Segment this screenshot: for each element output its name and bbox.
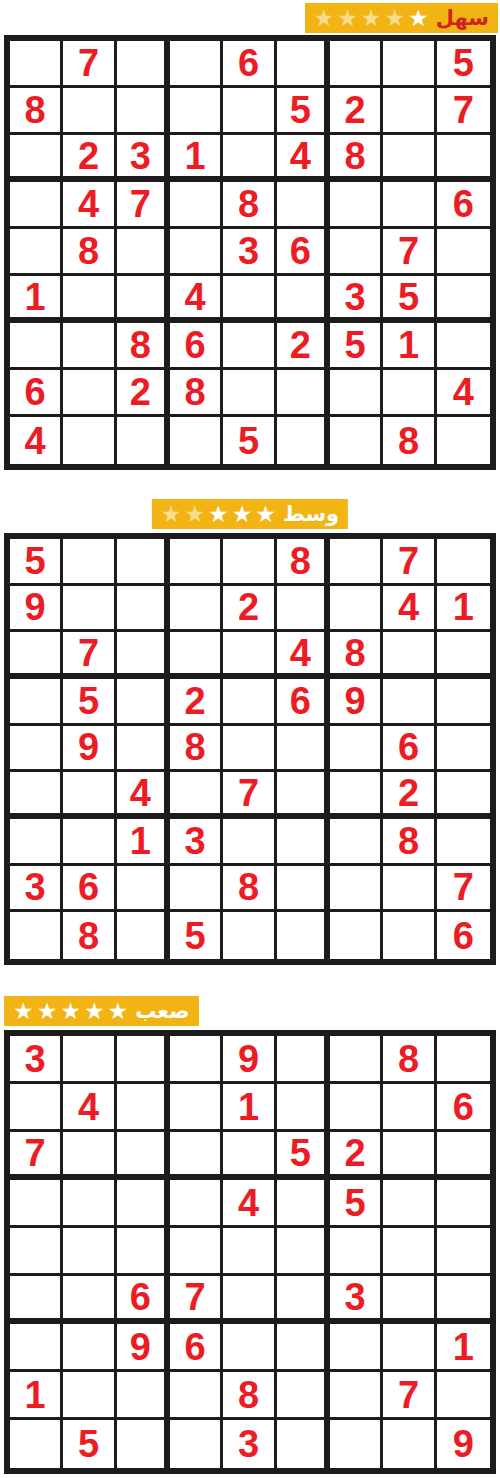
cell-r1c9[interactable] [437, 539, 490, 586]
cell-r5c1[interactable] [10, 1228, 63, 1276]
cell-r5c6[interactable]: 6 [277, 229, 330, 276]
cell-r4c9[interactable] [437, 1180, 490, 1228]
cell-r1c8[interactable] [383, 41, 436, 88]
page: ★★★★★ سهل 765852723148478683671435862516… [0, 0, 500, 1478]
difficulty-label-hard: صعب [135, 1001, 189, 1022]
cell-r1c6[interactable] [277, 1036, 330, 1084]
difficulty-label-medium: وسط [283, 504, 339, 525]
cell-r5c2[interactable]: 8 [63, 229, 116, 276]
cell-r5c2[interactable]: 9 [63, 726, 116, 773]
cell-r7c2[interactable] [63, 323, 116, 370]
cell-r5c5[interactable]: 3 [223, 229, 276, 276]
cell-r9c1[interactable]: 4 [10, 417, 63, 464]
cell-r2c4[interactable] [170, 586, 223, 633]
cell-r9c3[interactable] [117, 1420, 170, 1468]
cell-r4c7[interactable]: 5 [330, 1180, 383, 1228]
cell-r2c5[interactable]: 2 [223, 586, 276, 633]
star-icon: ★ [108, 1000, 129, 1023]
star-rating-easy: ★★★★★ [314, 7, 429, 30]
cell-r6c5[interactable]: 7 [223, 772, 276, 819]
cell-r7c5[interactable] [223, 1324, 276, 1372]
sudoku-grid-easy: 765852723148478683671435862516284458 [4, 35, 496, 470]
cell-r4c5[interactable] [223, 679, 276, 726]
cell-r5c8[interactable]: 6 [383, 726, 436, 773]
cell-r9c1[interactable] [10, 1420, 63, 1468]
cell-r9c6[interactable] [277, 1420, 330, 1468]
cell-r6c4[interactable]: 7 [170, 1276, 223, 1324]
cell-r2c1[interactable]: 8 [10, 88, 63, 135]
cell-r9c7[interactable] [330, 1420, 383, 1468]
cell-r9c4[interactable]: 5 [170, 912, 223, 959]
cell-r1c7[interactable] [330, 41, 383, 88]
cell-r8c1[interactable]: 3 [10, 866, 63, 913]
cell-r4c4[interactable] [170, 182, 223, 229]
cell-r9c9[interactable]: 6 [437, 912, 490, 959]
cell-r9c8[interactable] [383, 912, 436, 959]
cell-r1c2[interactable] [63, 1036, 116, 1084]
cell-r1c4[interactable] [170, 41, 223, 88]
sudoku-grid-hard: 39841675245673961187539 [4, 1030, 496, 1474]
cell-r8c7[interactable] [330, 370, 383, 417]
cell-r6c2[interactable] [63, 276, 116, 323]
star-icon: ★ [13, 1000, 34, 1023]
cell-r3c9[interactable] [437, 1132, 490, 1180]
difficulty-badge-hard: ★★★★★ صعب [4, 996, 199, 1026]
cell-r5c4[interactable] [170, 1228, 223, 1276]
cell-r3c2[interactable]: 2 [63, 135, 116, 182]
cell-r5c3[interactable] [117, 726, 170, 773]
cell-r7c1[interactable] [10, 819, 63, 866]
star-icon: ★ [384, 7, 405, 30]
cell-r4c4[interactable] [170, 1180, 223, 1228]
cell-r3c5[interactable] [223, 135, 276, 182]
cell-r8c5[interactable]: 8 [223, 866, 276, 913]
cell-r6c1[interactable] [10, 1276, 63, 1324]
cell-r7c8[interactable]: 1 [383, 323, 436, 370]
difficulty-label-easy: سهل [436, 8, 489, 29]
cell-r2c6[interactable] [277, 586, 330, 633]
cell-r7c5[interactable] [223, 323, 276, 370]
cell-r2c8[interactable]: 4 [383, 586, 436, 633]
cell-r8c9[interactable]: 7 [437, 866, 490, 913]
cell-r3c8[interactable] [383, 135, 436, 182]
cell-r7c6[interactable] [277, 819, 330, 866]
cell-r3c5[interactable] [223, 632, 276, 679]
cell-r9c8[interactable] [383, 1420, 436, 1468]
cell-r3c6[interactable]: 4 [277, 632, 330, 679]
cell-r2c5[interactable]: 1 [223, 1084, 276, 1132]
star-icon: ★ [184, 503, 205, 526]
cell-r2c4[interactable] [170, 1084, 223, 1132]
cell-r9c5[interactable] [223, 912, 276, 959]
cell-r6c9[interactable] [437, 276, 490, 323]
cell-r5c6[interactable] [277, 1228, 330, 1276]
cell-r6c7[interactable] [330, 772, 383, 819]
cell-r3c8[interactable] [383, 632, 436, 679]
cell-r1c3[interactable] [117, 539, 170, 586]
cell-r6c3[interactable] [117, 276, 170, 323]
star-rating-hard: ★★★★★ [13, 1000, 128, 1023]
cell-r2c1[interactable] [10, 1084, 63, 1132]
cell-r1c5[interactable] [223, 539, 276, 586]
cell-r6c3[interactable]: 6 [117, 1276, 170, 1324]
cell-r4c2[interactable] [63, 1180, 116, 1228]
cell-r1c1[interactable]: 3 [10, 1036, 63, 1084]
cell-r1c4[interactable] [170, 539, 223, 586]
cell-r5c9[interactable] [437, 229, 490, 276]
cell-r2c1[interactable]: 9 [10, 586, 63, 633]
cell-r4c6[interactable]: 6 [277, 679, 330, 726]
cell-r1c8[interactable]: 8 [383, 1036, 436, 1084]
cell-r7c8[interactable] [383, 1324, 436, 1372]
cell-r4c9[interactable] [437, 679, 490, 726]
cell-r5c5[interactable] [223, 726, 276, 773]
cell-r4c8[interactable] [383, 679, 436, 726]
cell-r5c4[interactable]: 8 [170, 726, 223, 773]
cell-r8c6[interactable] [277, 1372, 330, 1420]
cell-r5c9[interactable] [437, 1228, 490, 1276]
cell-r9c4[interactable] [170, 417, 223, 464]
cell-r8c5[interactable] [223, 370, 276, 417]
cell-r8c2[interactable]: 6 [63, 866, 116, 913]
cell-r3c1[interactable] [10, 632, 63, 679]
cell-r1c1[interactable] [10, 41, 63, 88]
cell-r8c7[interactable] [330, 866, 383, 913]
cell-r4c6[interactable] [277, 1180, 330, 1228]
cell-r9c6[interactable] [277, 417, 330, 464]
cell-r7c9[interactable] [437, 323, 490, 370]
cell-r9c7[interactable] [330, 417, 383, 464]
cell-r2c6[interactable] [277, 1084, 330, 1132]
cell-r7c7[interactable] [330, 1324, 383, 1372]
cell-r1c2[interactable]: 7 [63, 41, 116, 88]
cell-r1c2[interactable] [63, 539, 116, 586]
cell-r4c1[interactable] [10, 182, 63, 229]
cell-r2c3[interactable] [117, 586, 170, 633]
cell-r9c3[interactable] [117, 912, 170, 959]
cell-r7c1[interactable] [10, 1324, 63, 1372]
cell-r4c6[interactable] [277, 182, 330, 229]
star-icon: ★ [314, 7, 335, 30]
cell-r5c8[interactable]: 7 [383, 229, 436, 276]
cell-r3c4[interactable] [170, 1132, 223, 1180]
cell-r1c6[interactable] [277, 41, 330, 88]
cell-r8c1[interactable]: 6 [10, 370, 63, 417]
cell-r3c2[interactable]: 7 [63, 632, 116, 679]
cell-r8c3[interactable] [117, 1372, 170, 1420]
star-icon: ★ [408, 7, 429, 30]
cell-r2c7[interactable] [330, 1084, 383, 1132]
cell-r1c9[interactable]: 5 [437, 41, 490, 88]
cell-r1c5[interactable]: 6 [223, 41, 276, 88]
cell-r3c6[interactable]: 5 [277, 1132, 330, 1180]
cell-r7c3[interactable]: 8 [117, 323, 170, 370]
cell-r6c5[interactable] [223, 276, 276, 323]
cell-r3c9[interactable] [437, 632, 490, 679]
cell-r2c6[interactable]: 5 [277, 88, 330, 135]
cell-r4c1[interactable] [10, 1180, 63, 1228]
cell-r1c7[interactable] [330, 539, 383, 586]
cell-r7c2[interactable] [63, 1324, 116, 1372]
difficulty-badge-medium: ★★★★★ وسط [152, 499, 348, 529]
cell-r3c7[interactable]: 8 [330, 135, 383, 182]
cell-r6c5[interactable] [223, 1276, 276, 1324]
cell-r1c4[interactable] [170, 1036, 223, 1084]
cell-r2c2[interactable] [63, 586, 116, 633]
cell-r8c1[interactable]: 1 [10, 1372, 63, 1420]
cell-r5c3[interactable] [117, 1228, 170, 1276]
cell-r8c4[interactable]: 8 [170, 370, 223, 417]
cell-r6c9[interactable] [437, 1276, 490, 1324]
cell-r9c2[interactable]: 8 [63, 912, 116, 959]
cell-r2c3[interactable] [117, 1084, 170, 1132]
cell-r5c7[interactable] [330, 1228, 383, 1276]
cell-r8c7[interactable] [330, 1372, 383, 1420]
cell-r2c2[interactable]: 4 [63, 1084, 116, 1132]
cell-r2c8[interactable] [383, 1084, 436, 1132]
cell-r8c3[interactable] [117, 866, 170, 913]
cell-r6c4[interactable]: 4 [170, 276, 223, 323]
cell-r6c4[interactable] [170, 772, 223, 819]
cell-r5c7[interactable] [330, 726, 383, 773]
cell-r5c4[interactable] [170, 229, 223, 276]
cell-r3c9[interactable] [437, 135, 490, 182]
cell-r4c2[interactable]: 5 [63, 679, 116, 726]
cell-r6c2[interactable] [63, 772, 116, 819]
sudoku-grid-medium: 587924174852699864721383687856 [4, 533, 496, 965]
cell-r2c9[interactable]: 1 [437, 586, 490, 633]
cell-r3c1[interactable]: 7 [10, 1132, 63, 1180]
cell-r1c6[interactable]: 8 [277, 539, 330, 586]
cell-r9c5[interactable]: 3 [223, 1420, 276, 1468]
cell-r8c5[interactable]: 8 [223, 1372, 276, 1420]
cell-r8c2[interactable] [63, 370, 116, 417]
cell-r5c9[interactable] [437, 726, 490, 773]
cell-r6c8[interactable] [383, 1276, 436, 1324]
cell-r7c4[interactable]: 6 [170, 1324, 223, 1372]
cell-r7c3[interactable]: 9 [117, 1324, 170, 1372]
cell-r6c8[interactable]: 5 [383, 276, 436, 323]
cell-r7c3[interactable]: 1 [117, 819, 170, 866]
cell-r5c6[interactable] [277, 726, 330, 773]
cell-r5c2[interactable] [63, 1228, 116, 1276]
cell-r8c8[interactable]: 7 [383, 1372, 436, 1420]
cell-r8c9[interactable]: 4 [437, 370, 490, 417]
cell-r8c6[interactable] [277, 866, 330, 913]
star-icon: ★ [84, 1000, 105, 1023]
cell-r9c9[interactable]: 9 [437, 1420, 490, 1468]
cell-r3c5[interactable] [223, 1132, 276, 1180]
cell-r6c1[interactable]: 1 [10, 276, 63, 323]
cell-r5c1[interactable] [10, 726, 63, 773]
cell-r3c7[interactable]: 8 [330, 632, 383, 679]
cell-r5c8[interactable] [383, 1228, 436, 1276]
cell-r2c9[interactable]: 6 [437, 1084, 490, 1132]
cell-r6c6[interactable] [277, 1276, 330, 1324]
cell-r9c2[interactable]: 5 [63, 1420, 116, 1468]
cell-r4c5[interactable]: 4 [223, 1180, 276, 1228]
cell-r9c9[interactable] [437, 417, 490, 464]
cell-r3c3[interactable] [117, 1132, 170, 1180]
star-icon: ★ [361, 7, 382, 30]
cell-r1c8[interactable]: 7 [383, 539, 436, 586]
cell-r1c7[interactable] [330, 1036, 383, 1084]
cell-r8c8[interactable] [383, 866, 436, 913]
cell-r6c1[interactable] [10, 772, 63, 819]
star-icon: ★ [255, 503, 276, 526]
cell-r4c5[interactable]: 8 [223, 182, 276, 229]
star-icon: ★ [60, 1000, 81, 1023]
cell-r5c5[interactable] [223, 1228, 276, 1276]
cell-r4c9[interactable]: 6 [437, 182, 490, 229]
cell-r2c7[interactable]: 2 [330, 88, 383, 135]
cell-r4c3[interactable] [117, 1180, 170, 1228]
star-icon: ★ [208, 503, 229, 526]
cell-r2c9[interactable]: 7 [437, 88, 490, 135]
cell-r7c6[interactable] [277, 1324, 330, 1372]
cell-r6c6[interactable] [277, 772, 330, 819]
cell-r6c8[interactable]: 2 [383, 772, 436, 819]
cell-r1c3[interactable] [117, 41, 170, 88]
cell-r6c7[interactable]: 3 [330, 276, 383, 323]
cell-r8c9[interactable] [437, 1372, 490, 1420]
cell-r9c6[interactable] [277, 912, 330, 959]
cell-r2c2[interactable] [63, 88, 116, 135]
cell-r7c7[interactable]: 5 [330, 323, 383, 370]
cell-r4c4[interactable]: 2 [170, 679, 223, 726]
cell-r3c6[interactable]: 4 [277, 135, 330, 182]
cell-r8c8[interactable] [383, 370, 436, 417]
cell-r5c1[interactable] [10, 229, 63, 276]
cell-r8c6[interactable] [277, 370, 330, 417]
cell-r3c3[interactable] [117, 632, 170, 679]
cell-r6c9[interactable] [437, 772, 490, 819]
cell-r6c3[interactable]: 4 [117, 772, 170, 819]
cell-r8c2[interactable] [63, 1372, 116, 1420]
cell-r9c2[interactable] [63, 417, 116, 464]
star-rating-medium: ★★★★★ [161, 503, 276, 526]
cell-r4c7[interactable]: 9 [330, 679, 383, 726]
cell-r3c4[interactable]: 1 [170, 135, 223, 182]
cell-r6c2[interactable] [63, 1276, 116, 1324]
cell-r4c8[interactable] [383, 1180, 436, 1228]
cell-r7c5[interactable] [223, 819, 276, 866]
star-icon: ★ [37, 1000, 58, 1023]
difficulty-badge-easy: ★★★★★ سهل [305, 3, 498, 33]
cell-r7c9[interactable]: 1 [437, 1324, 490, 1372]
cell-r3c2[interactable] [63, 1132, 116, 1180]
cell-r2c5[interactable] [223, 88, 276, 135]
star-icon: ★ [337, 7, 358, 30]
cell-r4c1[interactable] [10, 679, 63, 726]
cell-r8c4[interactable] [170, 1372, 223, 1420]
cell-r9c4[interactable] [170, 1420, 223, 1468]
cell-r5c7[interactable] [330, 229, 383, 276]
cell-r7c7[interactable] [330, 819, 383, 866]
cell-r3c7[interactable]: 2 [330, 1132, 383, 1180]
cell-r1c5[interactable]: 9 [223, 1036, 276, 1084]
cell-r1c9[interactable] [437, 1036, 490, 1084]
cell-r4c8[interactable] [383, 182, 436, 229]
cell-r9c8[interactable]: 8 [383, 417, 436, 464]
cell-r3c8[interactable] [383, 1132, 436, 1180]
cell-r7c2[interactable] [63, 819, 116, 866]
star-icon: ★ [161, 503, 182, 526]
cell-r7c1[interactable] [10, 323, 63, 370]
cell-r4c3[interactable]: 7 [117, 182, 170, 229]
cell-r3c3[interactable]: 3 [117, 135, 170, 182]
cell-r7c8[interactable]: 8 [383, 819, 436, 866]
cell-r7c9[interactable] [437, 819, 490, 866]
cell-r9c3[interactable] [117, 417, 170, 464]
cell-r3c1[interactable] [10, 135, 63, 182]
cell-r3c4[interactable] [170, 632, 223, 679]
cell-r2c3[interactable] [117, 88, 170, 135]
cell-r7c4[interactable]: 3 [170, 819, 223, 866]
cell-r2c7[interactable] [330, 586, 383, 633]
cell-r2c4[interactable] [170, 88, 223, 135]
cell-r6c6[interactable] [277, 276, 330, 323]
cell-r8c3[interactable]: 2 [117, 370, 170, 417]
cell-r4c3[interactable] [117, 679, 170, 726]
cell-r4c2[interactable]: 4 [63, 182, 116, 229]
star-icon: ★ [232, 503, 253, 526]
cell-r1c3[interactable] [117, 1036, 170, 1084]
cell-r9c7[interactable] [330, 912, 383, 959]
cell-r8c4[interactable] [170, 866, 223, 913]
cell-r7c4[interactable]: 6 [170, 323, 223, 370]
cell-r6c7[interactable]: 3 [330, 1276, 383, 1324]
cell-r9c5[interactable]: 5 [223, 417, 276, 464]
cell-r9c1[interactable] [10, 912, 63, 959]
cell-r2c8[interactable] [383, 88, 436, 135]
cell-r7c6[interactable]: 2 [277, 323, 330, 370]
cell-r5c3[interactable] [117, 229, 170, 276]
cell-r1c1[interactable]: 5 [10, 539, 63, 586]
cell-r4c7[interactable] [330, 182, 383, 229]
